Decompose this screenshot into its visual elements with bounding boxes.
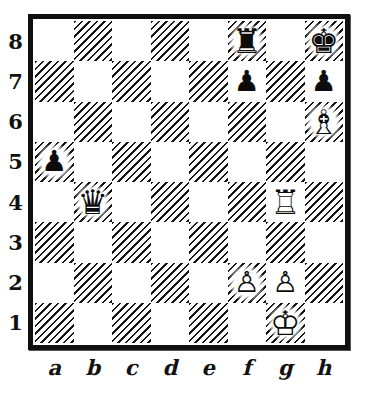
square-f4[interactable] bbox=[228, 182, 267, 222]
square-d4[interactable] bbox=[151, 182, 190, 222]
square-f7[interactable]: ♟ bbox=[228, 61, 267, 101]
rank-labels: 8 7 6 5 4 3 2 1 bbox=[5, 21, 26, 343]
rank-label-5: 5 bbox=[5, 142, 26, 182]
file-label-g: g bbox=[266, 353, 305, 381]
square-g2[interactable]: ♙ bbox=[266, 263, 305, 303]
rank-label-2: 2 bbox=[5, 263, 26, 303]
square-g8[interactable] bbox=[266, 21, 305, 61]
rank-label-7: 7 bbox=[5, 61, 26, 101]
square-g7[interactable] bbox=[266, 61, 305, 101]
piece-black-king-h8[interactable]: ♚ bbox=[305, 22, 342, 60]
square-f5[interactable] bbox=[228, 142, 267, 182]
square-b6[interactable] bbox=[74, 102, 113, 142]
square-d1[interactable] bbox=[151, 303, 190, 343]
square-d7[interactable] bbox=[151, 61, 190, 101]
file-label-e: e bbox=[189, 353, 228, 381]
square-c7[interactable] bbox=[112, 61, 151, 101]
file-label-c: c bbox=[112, 353, 151, 381]
square-f8[interactable]: ♜ bbox=[228, 21, 267, 61]
chess-diagram: 8 7 6 5 4 3 2 1 ♜♚♟♟♗♟♛♖♙♙♔ a b c d e f … bbox=[0, 0, 386, 393]
file-label-d: d bbox=[151, 353, 190, 381]
square-h6[interactable]: ♗ bbox=[305, 102, 344, 142]
square-b3[interactable] bbox=[74, 222, 113, 262]
chess-board: ♜♚♟♟♗♟♛♖♙♙♔ bbox=[35, 21, 343, 343]
file-label-h: h bbox=[305, 353, 344, 381]
file-label-a: a bbox=[35, 353, 74, 381]
square-e7[interactable] bbox=[189, 61, 228, 101]
rank-label-1: 1 bbox=[5, 303, 26, 343]
square-d6[interactable] bbox=[151, 102, 190, 142]
square-f2[interactable]: ♙ bbox=[228, 263, 267, 303]
square-c8[interactable] bbox=[112, 21, 151, 61]
square-a8[interactable] bbox=[35, 21, 74, 61]
square-e8[interactable] bbox=[189, 21, 228, 61]
rank-label-4: 4 bbox=[5, 182, 26, 222]
square-g3[interactable] bbox=[266, 222, 305, 262]
square-a5[interactable]: ♟ bbox=[35, 142, 74, 182]
square-d2[interactable] bbox=[151, 263, 190, 303]
square-a6[interactable] bbox=[35, 102, 74, 142]
square-b4[interactable]: ♛ bbox=[74, 182, 113, 222]
square-e1[interactable] bbox=[189, 303, 228, 343]
piece-white-pawn-g2[interactable]: ♙ bbox=[267, 264, 304, 302]
square-b2[interactable] bbox=[74, 263, 113, 303]
square-b7[interactable] bbox=[74, 61, 113, 101]
square-d5[interactable] bbox=[151, 142, 190, 182]
square-c6[interactable] bbox=[112, 102, 151, 142]
square-e3[interactable] bbox=[189, 222, 228, 262]
piece-black-queen-b4[interactable]: ♛ bbox=[74, 183, 111, 221]
piece-white-rook-g4[interactable]: ♖ bbox=[267, 183, 304, 221]
square-g6[interactable] bbox=[266, 102, 305, 142]
file-labels: a b c d e f g h bbox=[35, 353, 343, 381]
square-g4[interactable]: ♖ bbox=[266, 182, 305, 222]
file-label-b: b bbox=[74, 353, 113, 381]
square-h5[interactable] bbox=[305, 142, 344, 182]
piece-white-pawn-f2[interactable]: ♙ bbox=[228, 264, 265, 302]
square-f6[interactable] bbox=[228, 102, 267, 142]
square-b5[interactable] bbox=[74, 142, 113, 182]
square-h2[interactable] bbox=[305, 263, 344, 303]
square-h3[interactable] bbox=[305, 222, 344, 262]
square-h8[interactable]: ♚ bbox=[305, 21, 344, 61]
piece-white-bishop-h6[interactable]: ♗ bbox=[305, 103, 342, 141]
square-a1[interactable] bbox=[35, 303, 74, 343]
square-a4[interactable] bbox=[35, 182, 74, 222]
square-f3[interactable] bbox=[228, 222, 267, 262]
square-h7[interactable]: ♟ bbox=[305, 61, 344, 101]
square-g1[interactable]: ♔ bbox=[266, 303, 305, 343]
file-label-f: f bbox=[228, 353, 267, 381]
square-c1[interactable] bbox=[112, 303, 151, 343]
piece-white-king-g1[interactable]: ♔ bbox=[267, 304, 304, 342]
square-a7[interactable] bbox=[35, 61, 74, 101]
square-d3[interactable] bbox=[151, 222, 190, 262]
piece-black-pawn-h7[interactable]: ♟ bbox=[305, 62, 342, 100]
board-frame: ♜♚♟♟♗♟♛♖♙♙♔ bbox=[28, 14, 350, 350]
square-c4[interactable] bbox=[112, 182, 151, 222]
square-d8[interactable] bbox=[151, 21, 190, 61]
square-e4[interactable] bbox=[189, 182, 228, 222]
rank-label-8: 8 bbox=[5, 21, 26, 61]
square-c3[interactable] bbox=[112, 222, 151, 262]
rank-label-6: 6 bbox=[5, 102, 26, 142]
square-c5[interactable] bbox=[112, 142, 151, 182]
square-e6[interactable] bbox=[189, 102, 228, 142]
square-h4[interactable] bbox=[305, 182, 344, 222]
square-a3[interactable] bbox=[35, 222, 74, 262]
square-c2[interactable] bbox=[112, 263, 151, 303]
piece-black-rook-f8[interactable]: ♜ bbox=[228, 22, 265, 60]
square-b1[interactable] bbox=[74, 303, 113, 343]
square-b8[interactable] bbox=[74, 21, 113, 61]
square-h1[interactable] bbox=[305, 303, 344, 343]
rank-label-3: 3 bbox=[5, 222, 26, 262]
square-e2[interactable] bbox=[189, 263, 228, 303]
square-a2[interactable] bbox=[35, 263, 74, 303]
square-g5[interactable] bbox=[266, 142, 305, 182]
square-e5[interactable] bbox=[189, 142, 228, 182]
square-f1[interactable] bbox=[228, 303, 267, 343]
piece-black-pawn-a5[interactable]: ♟ bbox=[36, 143, 73, 181]
piece-black-pawn-f7[interactable]: ♟ bbox=[228, 62, 265, 100]
